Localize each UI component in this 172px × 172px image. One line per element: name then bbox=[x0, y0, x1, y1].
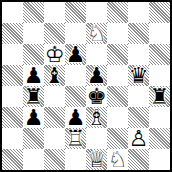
black-pawn: ♟ bbox=[86, 65, 107, 86]
square-b2[interactable] bbox=[23, 128, 44, 149]
square-g5[interactable]: ♛ bbox=[128, 65, 149, 86]
square-f4[interactable] bbox=[107, 86, 128, 107]
square-e5[interactable]: ♟ bbox=[86, 65, 107, 86]
square-a2[interactable] bbox=[2, 128, 23, 149]
square-d6[interactable]: ♟ bbox=[65, 44, 86, 65]
square-h5[interactable] bbox=[149, 65, 170, 86]
square-b7[interactable] bbox=[23, 23, 44, 44]
square-c7[interactable] bbox=[44, 23, 65, 44]
black-pawn: ♟ bbox=[23, 65, 44, 86]
black-pawn: ♟ bbox=[23, 107, 44, 128]
black-bishop: ♝ bbox=[44, 65, 65, 86]
square-d3[interactable]: ♟ bbox=[65, 107, 86, 128]
square-d1[interactable] bbox=[65, 149, 86, 170]
square-a6[interactable] bbox=[2, 44, 23, 65]
square-d7[interactable] bbox=[65, 23, 86, 44]
square-c4[interactable] bbox=[44, 86, 65, 107]
chess-board: ♞♘♚♔♟♟♝♟♛♜♚♜♟♟♝♗♜♖♟♙♛♕♞♘ bbox=[0, 0, 172, 172]
square-c6[interactable]: ♚♔ bbox=[44, 44, 65, 65]
square-a5[interactable] bbox=[2, 65, 23, 86]
square-e8[interactable] bbox=[86, 2, 107, 23]
square-e7[interactable]: ♞♘ bbox=[86, 23, 107, 44]
white-rook: ♜♖ bbox=[65, 128, 86, 149]
square-a3[interactable] bbox=[2, 107, 23, 128]
square-b6[interactable] bbox=[23, 44, 44, 65]
black-pawn: ♟ bbox=[65, 44, 86, 65]
square-e6[interactable] bbox=[86, 44, 107, 65]
black-rook: ♜ bbox=[23, 86, 44, 107]
white-queen: ♛♕ bbox=[86, 149, 107, 170]
black-queen: ♛ bbox=[128, 65, 149, 86]
square-g4[interactable] bbox=[128, 86, 149, 107]
square-h2[interactable] bbox=[149, 128, 170, 149]
white-pawn: ♟♙ bbox=[128, 128, 149, 149]
square-f1[interactable]: ♞♘ bbox=[107, 149, 128, 170]
square-f8[interactable] bbox=[107, 2, 128, 23]
square-g1[interactable] bbox=[128, 149, 149, 170]
square-a7[interactable] bbox=[2, 23, 23, 44]
square-h8[interactable] bbox=[149, 2, 170, 23]
square-c2[interactable] bbox=[44, 128, 65, 149]
square-g2[interactable]: ♟♙ bbox=[128, 128, 149, 149]
square-e3[interactable]: ♝♗ bbox=[86, 107, 107, 128]
square-d5[interactable] bbox=[65, 65, 86, 86]
black-rook: ♜ bbox=[149, 86, 170, 107]
square-c5[interactable]: ♝ bbox=[44, 65, 65, 86]
square-g6[interactable] bbox=[128, 44, 149, 65]
white-king: ♚♔ bbox=[44, 44, 65, 65]
square-b8[interactable] bbox=[23, 2, 44, 23]
square-b1[interactable] bbox=[23, 149, 44, 170]
square-h4[interactable]: ♜ bbox=[149, 86, 170, 107]
square-e4[interactable]: ♚ bbox=[86, 86, 107, 107]
square-c8[interactable] bbox=[44, 2, 65, 23]
square-d8[interactable] bbox=[65, 2, 86, 23]
square-a4[interactable] bbox=[2, 86, 23, 107]
square-a8[interactable] bbox=[2, 2, 23, 23]
square-b5[interactable]: ♟ bbox=[23, 65, 44, 86]
square-f5[interactable] bbox=[107, 65, 128, 86]
square-h3[interactable] bbox=[149, 107, 170, 128]
square-h6[interactable] bbox=[149, 44, 170, 65]
black-king: ♚ bbox=[86, 86, 107, 107]
square-c3[interactable] bbox=[44, 107, 65, 128]
square-f3[interactable] bbox=[107, 107, 128, 128]
square-a1[interactable] bbox=[2, 149, 23, 170]
square-d4[interactable] bbox=[65, 86, 86, 107]
square-h1[interactable] bbox=[149, 149, 170, 170]
square-e2[interactable] bbox=[86, 128, 107, 149]
white-knight: ♞♘ bbox=[86, 23, 107, 44]
square-b3[interactable]: ♟ bbox=[23, 107, 44, 128]
white-bishop: ♝♗ bbox=[86, 107, 107, 128]
square-f2[interactable] bbox=[107, 128, 128, 149]
square-g8[interactable] bbox=[128, 2, 149, 23]
square-b4[interactable]: ♜ bbox=[23, 86, 44, 107]
square-h7[interactable] bbox=[149, 23, 170, 44]
square-f6[interactable] bbox=[107, 44, 128, 65]
square-e1[interactable]: ♛♕ bbox=[86, 149, 107, 170]
square-f7[interactable] bbox=[107, 23, 128, 44]
white-knight: ♞♘ bbox=[107, 149, 128, 170]
square-c1[interactable] bbox=[44, 149, 65, 170]
square-g7[interactable] bbox=[128, 23, 149, 44]
square-g3[interactable] bbox=[128, 107, 149, 128]
black-pawn: ♟ bbox=[65, 107, 86, 128]
square-d2[interactable]: ♜♖ bbox=[65, 128, 86, 149]
